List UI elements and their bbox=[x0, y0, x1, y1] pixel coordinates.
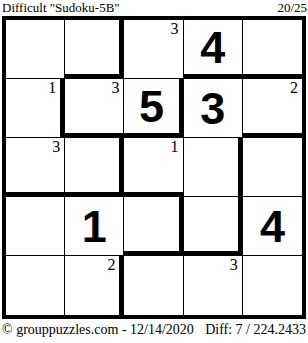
cell-r2c3[interactable]: 5 bbox=[124, 79, 183, 138]
puzzle-counter: 20/25 bbox=[277, 0, 307, 15]
cell-r2c2[interactable]: 3 bbox=[65, 79, 124, 138]
cell-r2c1[interactable]: 1 bbox=[6, 79, 65, 138]
cell-r5c1[interactable] bbox=[6, 256, 65, 315]
puzzle-page: Difficult "Sudoku-5B" 20/25 341353231142… bbox=[0, 0, 308, 343]
corner-mark: 1 bbox=[171, 139, 179, 155]
corner-mark: 3 bbox=[171, 21, 179, 37]
cell-r1c5[interactable] bbox=[243, 20, 302, 79]
cell-r4c5[interactable]: 4 bbox=[243, 197, 302, 256]
corner-mark: 3 bbox=[52, 139, 60, 155]
sudoku-grid: 3413532311423 bbox=[2, 16, 306, 319]
given-digit: 4 bbox=[184, 20, 242, 74]
cell-r4c1[interactable] bbox=[6, 197, 65, 256]
given-digit: 1 bbox=[65, 197, 123, 255]
corner-mark: 3 bbox=[111, 80, 119, 96]
cell-r3c3[interactable]: 1 bbox=[124, 138, 183, 197]
given-digit: 5 bbox=[124, 79, 178, 133]
corner-mark: 1 bbox=[48, 80, 56, 96]
footer: © grouppuzzles.com - 12/14/2020 Diff: 7 … bbox=[2, 322, 306, 340]
header: Difficult "Sudoku-5B" 20/25 bbox=[2, 0, 307, 15]
cell-r5c5[interactable] bbox=[243, 256, 302, 315]
cell-r3c1[interactable]: 3 bbox=[6, 138, 65, 197]
cell-r4c3[interactable] bbox=[124, 197, 183, 256]
given-digit: 3 bbox=[184, 79, 242, 137]
cell-r5c4[interactable]: 3 bbox=[184, 256, 243, 315]
given-digit: 4 bbox=[243, 197, 302, 255]
cell-r3c2[interactable] bbox=[65, 138, 124, 197]
cell-r1c1[interactable] bbox=[6, 20, 65, 79]
puzzle-title: Difficult "Sudoku-5B" bbox=[2, 0, 120, 15]
cell-r2c5[interactable]: 2 bbox=[243, 79, 302, 138]
cell-r1c4[interactable]: 4 bbox=[184, 20, 243, 79]
copyright-text: © grouppuzzles.com - 12/14/2020 bbox=[2, 322, 194, 338]
cell-r4c4[interactable] bbox=[184, 197, 243, 256]
corner-mark: 2 bbox=[107, 257, 115, 273]
cell-r3c5[interactable] bbox=[243, 138, 302, 197]
cell-r5c2[interactable]: 2 bbox=[65, 256, 124, 315]
corner-mark: 2 bbox=[290, 80, 298, 96]
cell-r3c4[interactable] bbox=[184, 138, 243, 197]
cell-r4c2[interactable]: 1 bbox=[65, 197, 124, 256]
cell-r2c4[interactable]: 3 bbox=[184, 79, 243, 138]
cell-r5c3[interactable] bbox=[124, 256, 183, 315]
difficulty-text: Diff: 7 / 224.2433 bbox=[205, 322, 306, 338]
cell-r1c3[interactable]: 3 bbox=[124, 20, 183, 79]
cell-r1c2[interactable] bbox=[65, 20, 124, 79]
corner-mark: 3 bbox=[230, 257, 238, 273]
